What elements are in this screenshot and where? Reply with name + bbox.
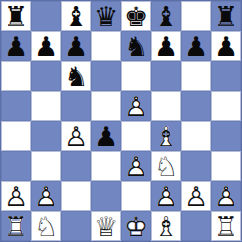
black-knight-glyph: ♞ [121, 31, 151, 61]
black-knight: ♞ [121, 31, 151, 61]
square-a5[interactable] [1, 91, 31, 121]
white-knight: ♞♘ [151, 151, 181, 181]
black-rook: ♜ [1, 1, 31, 31]
square-g4[interactable] [181, 121, 211, 151]
white-pawn-outline-glyph: ♙ [181, 181, 211, 211]
square-c6[interactable]: ♞ [61, 61, 91, 91]
black-pawn-glyph: ♟ [31, 31, 61, 61]
black-pawn: ♟ [91, 121, 121, 151]
square-c1[interactable] [61, 211, 91, 241]
square-g7[interactable]: ♟ [181, 31, 211, 61]
black-pawn: ♟ [211, 31, 241, 61]
square-c5[interactable] [61, 91, 91, 121]
square-g5[interactable] [181, 91, 211, 121]
black-pawn-glyph: ♟ [151, 31, 181, 61]
white-queen: ♛♕ [91, 211, 121, 241]
black-bishop: ♝ [61, 1, 91, 31]
black-pawn: ♟ [151, 31, 181, 61]
white-rook-outline-glyph: ♖ [211, 211, 241, 241]
square-f4[interactable]: ♝♗ [151, 121, 181, 151]
white-queen-outline-glyph: ♕ [91, 211, 121, 241]
square-b5[interactable] [31, 91, 61, 121]
white-knight-fill-glyph: ♞ [31, 211, 61, 241]
square-a6[interactable] [1, 61, 31, 91]
black-rook-glyph: ♜ [1, 1, 31, 31]
white-pawn: ♟♙ [121, 151, 151, 181]
white-pawn-outline-glyph: ♙ [211, 181, 241, 211]
white-pawn: ♟♙ [31, 181, 61, 211]
white-pawn: ♟♙ [151, 181, 181, 211]
square-g1[interactable] [181, 211, 211, 241]
black-pawn-glyph: ♟ [61, 31, 91, 61]
white-knight: ♞♘ [31, 211, 61, 241]
white-pawn-fill-glyph: ♟ [121, 91, 151, 121]
white-pawn-outline-glyph: ♙ [31, 181, 61, 211]
square-b6[interactable] [31, 61, 61, 91]
white-knight-outline-glyph: ♘ [31, 211, 61, 241]
square-h1[interactable]: ♜♖ [211, 211, 241, 241]
square-e4[interactable] [121, 121, 151, 151]
square-g3[interactable] [181, 151, 211, 181]
white-bishop-outline-glyph: ♗ [151, 211, 181, 241]
black-knight: ♞ [61, 61, 91, 91]
white-bishop-outline-glyph: ♗ [151, 121, 181, 151]
chess-board: ♜♝♛♚♝♜♟♟♟♞♟♟♟♞♟♙♟♙♟♝♗♟♙♞♘♟♙♟♙♟♙♟♙♟♙♜♖♞♘♛… [0, 0, 242, 242]
white-pawn-outline-glyph: ♙ [1, 181, 31, 211]
white-queen-fill-glyph: ♛ [91, 211, 121, 241]
white-pawn: ♟♙ [181, 181, 211, 211]
square-h4[interactable] [211, 121, 241, 151]
black-pawn: ♟ [61, 31, 91, 61]
white-king-fill-glyph: ♚ [121, 211, 151, 241]
square-h5[interactable] [211, 91, 241, 121]
black-pawn: ♟ [181, 31, 211, 61]
square-c7[interactable]: ♟ [61, 31, 91, 61]
square-d6[interactable] [91, 61, 121, 91]
chess-board-wrapper: ♜♝♛♚♝♜♟♟♟♞♟♟♟♞♟♙♟♙♟♝♗♟♙♞♘♟♙♟♙♟♙♟♙♟♙♜♖♞♘♛… [0, 0, 242, 242]
square-h2[interactable]: ♟♙ [211, 181, 241, 211]
square-e5[interactable]: ♟♙ [121, 91, 151, 121]
white-rook: ♜♖ [1, 211, 31, 241]
square-b8[interactable] [31, 1, 61, 31]
black-queen-glyph: ♛ [91, 1, 121, 31]
square-e6[interactable] [121, 61, 151, 91]
black-knight-glyph: ♞ [61, 61, 91, 91]
square-h7[interactable]: ♟ [211, 31, 241, 61]
square-h3[interactable] [211, 151, 241, 181]
square-g6[interactable] [181, 61, 211, 91]
black-queen: ♛ [91, 1, 121, 31]
square-a2[interactable]: ♟♙ [1, 181, 31, 211]
square-f8[interactable]: ♝ [151, 1, 181, 31]
white-pawn: ♟♙ [211, 181, 241, 211]
black-bishop-glyph: ♝ [151, 1, 181, 31]
square-b2[interactable]: ♟♙ [31, 181, 61, 211]
white-pawn-fill-glyph: ♟ [211, 181, 241, 211]
square-e1[interactable]: ♚♔ [121, 211, 151, 241]
square-c4[interactable]: ♟♙ [61, 121, 91, 151]
square-c3[interactable] [61, 151, 91, 181]
white-pawn-outline-glyph: ♙ [151, 181, 181, 211]
square-g8[interactable] [181, 1, 211, 31]
square-f2[interactable]: ♟♙ [151, 181, 181, 211]
black-king: ♚ [121, 1, 151, 31]
white-pawn-outline-glyph: ♙ [61, 121, 91, 151]
square-a4[interactable] [1, 121, 31, 151]
square-a7[interactable]: ♟ [1, 31, 31, 61]
square-e8[interactable]: ♚ [121, 1, 151, 31]
square-f5[interactable] [151, 91, 181, 121]
square-e7[interactable]: ♞ [121, 31, 151, 61]
square-d3[interactable] [91, 151, 121, 181]
black-pawn-glyph: ♟ [1, 31, 31, 61]
square-g2[interactable]: ♟♙ [181, 181, 211, 211]
black-bishop: ♝ [151, 1, 181, 31]
white-pawn-fill-glyph: ♟ [181, 181, 211, 211]
square-d4[interactable]: ♟ [91, 121, 121, 151]
white-pawn-outline-glyph: ♙ [121, 91, 151, 121]
white-rook: ♜♖ [211, 211, 241, 241]
square-d2[interactable] [91, 181, 121, 211]
black-bishop-glyph: ♝ [61, 1, 91, 31]
white-bishop-fill-glyph: ♝ [151, 121, 181, 151]
square-b3[interactable] [31, 151, 61, 181]
square-f1[interactable]: ♝♗ [151, 211, 181, 241]
white-rook-fill-glyph: ♜ [1, 211, 31, 241]
white-bishop-fill-glyph: ♝ [151, 211, 181, 241]
black-rook: ♜ [211, 1, 241, 31]
square-a8[interactable]: ♜ [1, 1, 31, 31]
white-pawn: ♟♙ [1, 181, 31, 211]
white-knight-fill-glyph: ♞ [151, 151, 181, 181]
square-c8[interactable]: ♝ [61, 1, 91, 31]
white-king-outline-glyph: ♔ [121, 211, 151, 241]
white-pawn-fill-glyph: ♟ [61, 121, 91, 151]
square-d1[interactable]: ♛♕ [91, 211, 121, 241]
white-pawn-outline-glyph: ♙ [121, 151, 151, 181]
square-b4[interactable] [31, 121, 61, 151]
white-bishop: ♝♗ [151, 121, 181, 151]
black-rook-glyph: ♜ [211, 1, 241, 31]
square-h6[interactable] [211, 61, 241, 91]
square-b7[interactable]: ♟ [31, 31, 61, 61]
white-knight-outline-glyph: ♘ [151, 151, 181, 181]
black-pawn-glyph: ♟ [211, 31, 241, 61]
white-pawn-fill-glyph: ♟ [1, 181, 31, 211]
square-f6[interactable] [151, 61, 181, 91]
square-b1[interactable]: ♞♘ [31, 211, 61, 241]
square-c2[interactable] [61, 181, 91, 211]
square-f7[interactable]: ♟ [151, 31, 181, 61]
white-pawn: ♟♙ [121, 91, 151, 121]
square-e3[interactable]: ♟♙ [121, 151, 151, 181]
square-d8[interactable]: ♛ [91, 1, 121, 31]
black-pawn: ♟ [31, 31, 61, 61]
square-f3[interactable]: ♞♘ [151, 151, 181, 181]
white-rook-outline-glyph: ♖ [1, 211, 31, 241]
white-pawn-fill-glyph: ♟ [31, 181, 61, 211]
square-a1[interactable]: ♜♖ [1, 211, 31, 241]
white-pawn-fill-glyph: ♟ [121, 151, 151, 181]
black-pawn: ♟ [1, 31, 31, 61]
white-bishop: ♝♗ [151, 211, 181, 241]
white-pawn: ♟♙ [61, 121, 91, 151]
square-d5[interactable] [91, 91, 121, 121]
square-d7[interactable] [91, 31, 121, 61]
white-king: ♚♔ [121, 211, 151, 241]
black-pawn-glyph: ♟ [91, 121, 121, 151]
black-king-glyph: ♚ [121, 1, 151, 31]
square-h8[interactable]: ♜ [211, 1, 241, 31]
white-rook-fill-glyph: ♜ [211, 211, 241, 241]
square-e2[interactable] [121, 181, 151, 211]
square-a3[interactable] [1, 151, 31, 181]
black-pawn-glyph: ♟ [181, 31, 211, 61]
white-pawn-fill-glyph: ♟ [151, 181, 181, 211]
